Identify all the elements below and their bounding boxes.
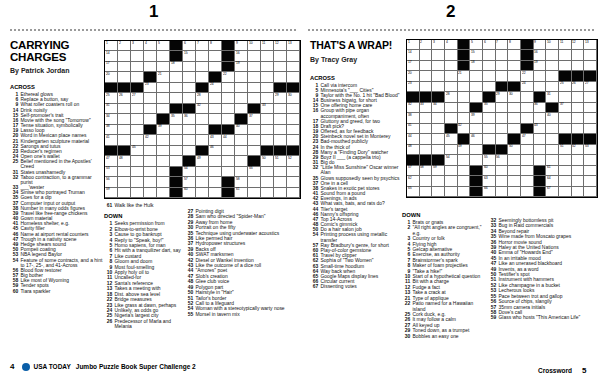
grid-cell[interactable]: [458, 176, 471, 186]
grid-cell[interactable]: [546, 82, 559, 92]
grid-cell[interactable]: [496, 113, 509, 123]
grid-cell[interactable]: [183, 83, 196, 93]
grid-cell[interactable]: 32: [196, 104, 209, 114]
grid-cell[interactable]: [508, 176, 521, 186]
grid-cell[interactable]: 8: [508, 40, 521, 50]
grid-cell[interactable]: 10: [248, 41, 261, 51]
grid-cell[interactable]: 30: [508, 92, 521, 102]
grid-cell[interactable]: [170, 135, 183, 145]
grid-cell[interactable]: [470, 155, 483, 165]
grid-cell[interactable]: [546, 145, 559, 155]
grid-cell[interactable]: [209, 93, 222, 103]
grid-cell[interactable]: [572, 61, 585, 71]
grid-cell[interactable]: [222, 156, 235, 166]
grid-cell[interactable]: [420, 50, 433, 60]
grid-cell[interactable]: [559, 176, 572, 186]
grid-cell[interactable]: [508, 71, 521, 81]
grid-cell[interactable]: 8: [209, 41, 222, 51]
grid-cell[interactable]: 48: [118, 156, 131, 166]
grid-cell[interactable]: [118, 135, 131, 145]
grid-cell[interactable]: [572, 92, 585, 102]
grid-cell[interactable]: [131, 62, 144, 72]
grid-cell[interactable]: 30: [287, 93, 300, 103]
grid-cell[interactable]: 31: [546, 92, 559, 102]
grid-cell[interactable]: 60: [183, 188, 196, 198]
grid-cell[interactable]: [274, 72, 287, 82]
grid-cell[interactable]: [274, 114, 287, 124]
grid-cell[interactable]: 34: [432, 103, 445, 113]
grid-cell[interactable]: [261, 167, 274, 177]
grid-cell[interactable]: [144, 146, 157, 156]
grid-cell[interactable]: [287, 72, 300, 82]
grid-cell[interactable]: [470, 82, 483, 92]
grid-cell[interactable]: [458, 155, 471, 165]
grid-cell[interactable]: [235, 104, 248, 114]
grid-cell[interactable]: [196, 125, 209, 135]
grid-cell[interactable]: [209, 188, 222, 198]
grid-cell[interactable]: [584, 92, 597, 102]
grid-cell[interactable]: 17: [105, 62, 118, 72]
grid-cell[interactable]: 39: [470, 113, 483, 123]
grid-cell[interactable]: 6: [183, 41, 196, 51]
grid-cell[interactable]: [118, 167, 131, 177]
grid-cell[interactable]: [261, 83, 274, 93]
grid-cell[interactable]: [521, 113, 534, 123]
grid-cell[interactable]: [170, 156, 183, 166]
grid-cell[interactable]: [222, 146, 235, 156]
grid-cell[interactable]: 64: [546, 176, 559, 186]
grid-cell[interactable]: 63: [483, 176, 496, 186]
grid-cell[interactable]: 45: [445, 134, 458, 144]
grid-cell[interactable]: 51: [559, 145, 572, 155]
grid-cell[interactable]: 17: [407, 61, 420, 71]
grid-cell[interactable]: [131, 114, 144, 124]
grid-cell[interactable]: 61: [235, 188, 248, 198]
grid-cell[interactable]: 67: [546, 187, 559, 197]
grid-cell[interactable]: [274, 51, 287, 61]
grid-cell[interactable]: [420, 61, 433, 71]
grid-cell[interactable]: [261, 62, 274, 72]
grid-cell[interactable]: [248, 135, 261, 145]
grid-cell[interactable]: 56: [105, 177, 118, 187]
grid-cell[interactable]: 49: [196, 156, 209, 166]
grid-cell[interactable]: [496, 134, 509, 144]
grid-cell[interactable]: [496, 103, 509, 113]
grid-cell[interactable]: [170, 125, 183, 135]
grid-cell[interactable]: 23: [407, 82, 420, 92]
grid-cell[interactable]: [546, 134, 559, 144]
grid-cell[interactable]: 38: [105, 125, 118, 135]
grid-cell[interactable]: [521, 92, 534, 102]
grid-cell[interactable]: [170, 146, 183, 156]
grid-cell[interactable]: [118, 188, 131, 198]
grid-cell[interactable]: [183, 146, 196, 156]
grid-cell[interactable]: [496, 176, 509, 186]
grid-cell[interactable]: 53: [105, 167, 118, 177]
grid-cell[interactable]: [248, 93, 261, 103]
grid-cell[interactable]: 21: [157, 72, 170, 82]
grid-cell[interactable]: [470, 92, 483, 102]
grid-cell[interactable]: [274, 177, 287, 187]
grid-cell[interactable]: [534, 82, 547, 92]
grid-cell[interactable]: [209, 104, 222, 114]
grid-cell[interactable]: 20: [105, 72, 118, 82]
grid-cell[interactable]: [572, 113, 585, 123]
grid-cell[interactable]: [274, 104, 287, 114]
grid-cell[interactable]: [508, 166, 521, 176]
grid-cell[interactable]: 11: [261, 41, 274, 51]
grid-cell[interactable]: 3: [131, 41, 144, 51]
grid-cell[interactable]: 27: [584, 82, 597, 92]
grid-cell[interactable]: 42: [458, 124, 471, 134]
grid-cell[interactable]: [470, 145, 483, 155]
grid-cell[interactable]: [261, 188, 274, 198]
grid-cell[interactable]: [432, 145, 445, 155]
grid-cell[interactable]: [432, 176, 445, 186]
grid-cell[interactable]: [559, 50, 572, 60]
grid-cell[interactable]: [445, 71, 458, 81]
grid-cell[interactable]: [508, 124, 521, 134]
grid-cell[interactable]: [584, 176, 597, 186]
grid-cell[interactable]: [496, 71, 509, 81]
grid-cell[interactable]: 26: [572, 82, 585, 92]
grid-cell[interactable]: [196, 167, 209, 177]
grid-cell[interactable]: [157, 93, 170, 103]
grid-cell[interactable]: [420, 71, 433, 81]
grid-cell[interactable]: [470, 124, 483, 134]
grid-cell[interactable]: [287, 135, 300, 145]
grid-cell[interactable]: [287, 62, 300, 72]
grid-cell[interactable]: 54: [445, 155, 458, 165]
grid-cell[interactable]: 36: [534, 103, 547, 113]
grid-cell[interactable]: 40: [235, 125, 248, 135]
grid-cell[interactable]: [248, 51, 261, 61]
grid-cell[interactable]: [534, 134, 547, 144]
grid-cell[interactable]: [483, 82, 496, 92]
grid-cell[interactable]: 59: [432, 166, 445, 176]
grid-cell[interactable]: [131, 104, 144, 114]
grid-cell[interactable]: [144, 104, 157, 114]
grid-cell[interactable]: 15: [183, 51, 196, 61]
grid-cell[interactable]: [521, 145, 534, 155]
grid-cell[interactable]: [287, 104, 300, 114]
grid-cell[interactable]: [572, 187, 585, 197]
grid-cell[interactable]: [559, 113, 572, 123]
grid-cell[interactable]: [144, 156, 157, 166]
grid-cell[interactable]: [432, 113, 445, 123]
grid-cell[interactable]: [445, 113, 458, 123]
grid-cell[interactable]: 13: [584, 40, 597, 50]
grid-cell[interactable]: [534, 155, 547, 165]
grid-cell[interactable]: [584, 103, 597, 113]
grid-cell[interactable]: 6: [483, 40, 496, 50]
grid-cell[interactable]: 62: [407, 176, 420, 186]
grid-cell[interactable]: [546, 124, 559, 134]
grid-cell[interactable]: [584, 113, 597, 123]
grid-cell[interactable]: [445, 166, 458, 176]
grid-cell[interactable]: [432, 50, 445, 60]
grid-cell[interactable]: 57: [183, 177, 196, 187]
grid-cell[interactable]: [118, 104, 131, 114]
grid-cell[interactable]: 52: [572, 145, 585, 155]
grid-cell[interactable]: [584, 50, 597, 60]
grid-cell[interactable]: [496, 61, 509, 71]
grid-cell[interactable]: [559, 124, 572, 134]
grid-cell[interactable]: 58: [420, 166, 433, 176]
grid-cell[interactable]: [170, 93, 183, 103]
grid-cell[interactable]: [559, 155, 572, 165]
grid-cell[interactable]: [235, 167, 248, 177]
grid-cell[interactable]: 60: [483, 166, 496, 176]
grid-cell[interactable]: [420, 145, 433, 155]
grid-cell[interactable]: [144, 93, 157, 103]
grid-cell[interactable]: [483, 71, 496, 81]
grid-cell[interactable]: 33: [261, 104, 274, 114]
grid-cell[interactable]: [584, 61, 597, 71]
grid-cell[interactable]: [209, 114, 222, 124]
grid-cell[interactable]: 50: [508, 145, 521, 155]
grid-cell[interactable]: [420, 113, 433, 123]
grid-cell[interactable]: 35: [483, 103, 496, 113]
grid-cell[interactable]: [287, 114, 300, 124]
grid-cell[interactable]: [144, 62, 157, 72]
grid-cell[interactable]: 18: [470, 61, 483, 71]
grid-cell[interactable]: [287, 188, 300, 198]
grid-cell[interactable]: [157, 188, 170, 198]
grid-cell[interactable]: [274, 135, 287, 145]
grid-cell[interactable]: [261, 177, 274, 187]
grid-cell[interactable]: [235, 146, 248, 156]
grid-cell[interactable]: [287, 125, 300, 135]
grid-cell[interactable]: [183, 135, 196, 145]
grid-cell[interactable]: [534, 145, 547, 155]
grid-cell[interactable]: [222, 104, 235, 114]
grid-cell[interactable]: [131, 156, 144, 166]
grid-cell[interactable]: [584, 187, 597, 197]
grid-cell[interactable]: [287, 167, 300, 177]
grid-cell[interactable]: [248, 72, 261, 82]
grid-cell[interactable]: 65: [407, 187, 420, 197]
grid-cell[interactable]: 29: [496, 92, 509, 102]
grid-cell[interactable]: [196, 135, 209, 145]
grid-cell[interactable]: 55: [248, 167, 261, 177]
grid-cell[interactable]: 33: [420, 103, 433, 113]
grid-cell[interactable]: [420, 82, 433, 92]
grid-cell[interactable]: 19: [235, 62, 248, 72]
grid-cell[interactable]: 48: [407, 145, 420, 155]
grid-cell[interactable]: [131, 177, 144, 187]
grid-cell[interactable]: [521, 103, 534, 113]
grid-cell[interactable]: [209, 177, 222, 187]
grid-cell[interactable]: [572, 176, 585, 186]
grid-cell[interactable]: [261, 125, 274, 135]
grid-cell[interactable]: [248, 83, 261, 93]
grid-cell[interactable]: [248, 177, 261, 187]
grid-cell[interactable]: 2: [420, 40, 433, 50]
grid-cell[interactable]: [572, 166, 585, 176]
grid-cell[interactable]: [183, 125, 196, 135]
grid-cell[interactable]: [534, 71, 547, 81]
grid-cell[interactable]: [584, 155, 597, 165]
grid-cell[interactable]: [131, 188, 144, 198]
grid-cell[interactable]: 4: [445, 40, 458, 50]
grid-cell[interactable]: 26: [118, 93, 131, 103]
grid-cell[interactable]: [183, 62, 196, 72]
grid-cell[interactable]: [420, 134, 433, 144]
grid-cell[interactable]: [445, 103, 458, 113]
grid-cell[interactable]: [144, 51, 157, 61]
grid-cell[interactable]: [496, 166, 509, 176]
grid-cell[interactable]: 7: [196, 41, 209, 51]
grid-cell[interactable]: [508, 103, 521, 113]
grid-cell[interactable]: 40: [546, 113, 559, 123]
grid-cell[interactable]: 5: [157, 41, 170, 51]
grid-cell[interactable]: 37: [559, 103, 572, 113]
grid-cell[interactable]: [157, 167, 170, 177]
grid-cell[interactable]: [209, 167, 222, 177]
grid-cell[interactable]: 27: [131, 93, 144, 103]
grid-cell[interactable]: [432, 71, 445, 81]
grid-cell[interactable]: [209, 51, 222, 61]
grid-cell[interactable]: [183, 72, 196, 82]
grid-cell[interactable]: [222, 114, 235, 124]
grid-cell[interactable]: 29: [274, 93, 287, 103]
grid-cell[interactable]: 52: [287, 156, 300, 166]
grid-cell[interactable]: 9: [534, 40, 547, 50]
grid-cell[interactable]: 32: [407, 103, 420, 113]
grid-cell[interactable]: [559, 61, 572, 71]
grid-cell[interactable]: [274, 188, 287, 198]
grid-cell[interactable]: 2: [118, 41, 131, 51]
grid-cell[interactable]: 31: [105, 104, 118, 114]
grid-cell[interactable]: [170, 83, 183, 93]
grid-cell[interactable]: 19: [534, 61, 547, 71]
grid-cell[interactable]: [261, 135, 274, 145]
grid-cell[interactable]: [118, 177, 131, 187]
grid-cell[interactable]: 46: [209, 146, 222, 156]
grid-cell[interactable]: [118, 51, 131, 61]
grid-cell[interactable]: [483, 124, 496, 134]
grid-cell[interactable]: 12: [274, 41, 287, 51]
grid-cell[interactable]: 28: [445, 92, 458, 102]
grid-cell[interactable]: [420, 176, 433, 186]
grid-cell[interactable]: 22: [222, 72, 235, 82]
grid-cell[interactable]: [131, 72, 144, 82]
grid-cell[interactable]: 5: [470, 40, 483, 50]
grid-cell[interactable]: 11: [559, 40, 572, 50]
grid-cell[interactable]: [196, 62, 209, 72]
grid-cell[interactable]: [274, 167, 287, 177]
grid-cell[interactable]: 18: [170, 62, 183, 72]
grid-cell[interactable]: [248, 188, 261, 198]
grid-cell[interactable]: [508, 155, 521, 165]
grid-cell[interactable]: 37: [248, 114, 261, 124]
grid-cell[interactable]: [445, 82, 458, 92]
grid-cell[interactable]: [157, 51, 170, 61]
grid-cell[interactable]: 56: [496, 155, 509, 165]
grid-cell[interactable]: [235, 156, 248, 166]
grid-cell[interactable]: [432, 187, 445, 197]
grid-cell[interactable]: [196, 72, 209, 82]
grid-cell[interactable]: 12: [572, 40, 585, 50]
grid-cell[interactable]: [508, 113, 521, 123]
grid-cell[interactable]: [157, 62, 170, 72]
grid-cell[interactable]: [496, 187, 509, 197]
grid-cell[interactable]: [521, 176, 534, 186]
grid-cell[interactable]: [470, 71, 483, 81]
grid-cell[interactable]: 42: [144, 135, 157, 145]
grid-cell[interactable]: [209, 62, 222, 72]
grid-cell[interactable]: [274, 62, 287, 72]
grid-cell[interactable]: [196, 177, 209, 187]
grid-cell[interactable]: 23: [144, 83, 157, 93]
grid-cell[interactable]: 66: [483, 187, 496, 197]
grid-cell[interactable]: 7: [496, 40, 509, 50]
grid-cell[interactable]: [483, 134, 496, 144]
grid-cell[interactable]: [248, 125, 261, 135]
grid-cell[interactable]: 45: [131, 146, 144, 156]
grid-cell[interactable]: 1: [407, 40, 420, 50]
grid-cell[interactable]: 25: [559, 82, 572, 92]
grid-cell[interactable]: [131, 125, 144, 135]
grid-cell[interactable]: [508, 50, 521, 60]
grid-cell[interactable]: [432, 124, 445, 134]
grid-cell[interactable]: [496, 50, 509, 60]
grid-cell[interactable]: 58: [235, 177, 248, 187]
grid-cell[interactable]: [157, 156, 170, 166]
grid-cell[interactable]: [131, 167, 144, 177]
grid-cell[interactable]: 21: [458, 71, 471, 81]
grid-cell[interactable]: [157, 177, 170, 187]
grid-cell[interactable]: [287, 177, 300, 187]
grid-cell[interactable]: 24: [521, 82, 534, 92]
grid-cell[interactable]: 13: [287, 41, 300, 51]
grid-cell[interactable]: [170, 72, 183, 82]
grid-cell[interactable]: 9: [235, 41, 248, 51]
grid-cell[interactable]: [445, 61, 458, 71]
grid-cell[interactable]: 59: [105, 188, 118, 198]
grid-cell[interactable]: [222, 93, 235, 103]
grid-cell[interactable]: 47: [521, 134, 534, 144]
grid-cell[interactable]: [144, 188, 157, 198]
grid-cell[interactable]: [521, 187, 534, 197]
grid-cell[interactable]: [559, 187, 572, 197]
grid-cell[interactable]: 41: [105, 135, 118, 145]
grid-cell[interactable]: [432, 134, 445, 144]
grid-cell[interactable]: [287, 51, 300, 61]
grid-cell[interactable]: [546, 50, 559, 60]
grid-cell[interactable]: [584, 166, 597, 176]
grid-cell[interactable]: [157, 146, 170, 156]
grid-cell[interactable]: [196, 51, 209, 61]
grid-cell[interactable]: [420, 124, 433, 134]
grid-cell[interactable]: [274, 125, 287, 135]
grid-cell[interactable]: [483, 113, 496, 123]
grid-cell[interactable]: [521, 155, 534, 165]
grid-cell[interactable]: 46: [470, 134, 483, 144]
grid-cell[interactable]: [458, 103, 471, 113]
grid-cell[interactable]: 35: [170, 114, 183, 124]
grid-cell[interactable]: [458, 92, 471, 102]
grid-cell[interactable]: 3: [432, 40, 445, 50]
grid-cell[interactable]: 54: [183, 167, 196, 177]
grid-cell[interactable]: 36: [183, 114, 196, 124]
grid-cell[interactable]: [458, 82, 471, 92]
grid-cell[interactable]: [222, 167, 235, 177]
grid-cell[interactable]: [144, 114, 157, 124]
grid-cell[interactable]: [209, 156, 222, 166]
grid-cell[interactable]: [235, 83, 248, 93]
